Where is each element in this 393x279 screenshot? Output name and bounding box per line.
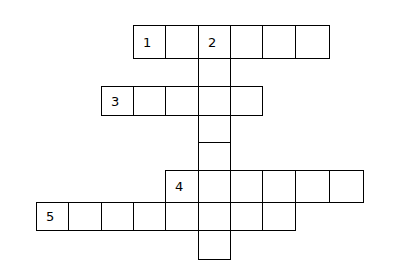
crossword-cell[interactable] xyxy=(198,115,231,143)
crossword-cell[interactable] xyxy=(198,202,231,231)
crossword-cell[interactable] xyxy=(198,86,231,116)
crossword-cell[interactable] xyxy=(133,86,166,116)
crossword-cell[interactable] xyxy=(198,142,231,171)
crossword-cell[interactable] xyxy=(198,58,231,87)
crossword-cell[interactable] xyxy=(101,202,134,231)
crossword-cell[interactable] xyxy=(198,230,231,260)
crossword-cell[interactable]: 2 xyxy=(198,25,231,59)
crossword-cell[interactable] xyxy=(165,25,199,59)
crossword-cell[interactable] xyxy=(262,170,296,203)
clue-number: 1 xyxy=(134,36,151,49)
clue-number: 2 xyxy=(199,36,216,49)
crossword-cell[interactable] xyxy=(262,25,296,59)
crossword-cell[interactable] xyxy=(230,202,263,231)
crossword-cell[interactable] xyxy=(165,86,199,116)
crossword-cell[interactable] xyxy=(133,202,166,231)
crossword-cell[interactable]: 5 xyxy=(36,202,69,231)
crossword-cell[interactable] xyxy=(329,170,364,203)
clue-number: 4 xyxy=(166,180,183,193)
crossword-cell[interactable]: 4 xyxy=(165,170,199,203)
crossword-cell[interactable]: 1 xyxy=(133,25,166,59)
crossword-cell[interactable] xyxy=(230,86,263,116)
crossword-cell[interactable] xyxy=(198,170,231,203)
crossword-cell[interactable] xyxy=(165,202,199,231)
crossword-cell[interactable] xyxy=(295,25,330,59)
crossword-cell[interactable]: 3 xyxy=(101,86,134,116)
crossword-cell[interactable] xyxy=(68,202,102,231)
crossword-grid: 12345 xyxy=(0,0,393,279)
crossword-cell[interactable] xyxy=(230,25,263,59)
crossword-cell[interactable] xyxy=(295,170,330,203)
clue-number: 5 xyxy=(37,210,54,223)
crossword-cell[interactable] xyxy=(262,202,296,231)
clue-number: 3 xyxy=(102,95,119,108)
crossword-cell[interactable] xyxy=(230,170,263,203)
